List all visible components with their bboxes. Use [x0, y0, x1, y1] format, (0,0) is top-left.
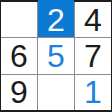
sudoku-board: 2 4 6 5 7 9 1 [0, 0, 112, 112]
cell-r2c0[interactable]: 9 [1, 75, 37, 110]
cell-r1c0[interactable]: 6 [1, 38, 37, 73]
cell-r0c2[interactable]: 4 [75, 2, 111, 37]
cell-r1c2[interactable]: 7 [75, 38, 111, 73]
cell-r2c2[interactable]: 1 [75, 75, 111, 110]
cell-r0c1[interactable]: 2 [38, 2, 74, 37]
cell-r1c1[interactable]: 5 [38, 38, 74, 73]
cell-r0c0[interactable] [1, 2, 37, 37]
cell-r2c1[interactable] [38, 75, 74, 110]
